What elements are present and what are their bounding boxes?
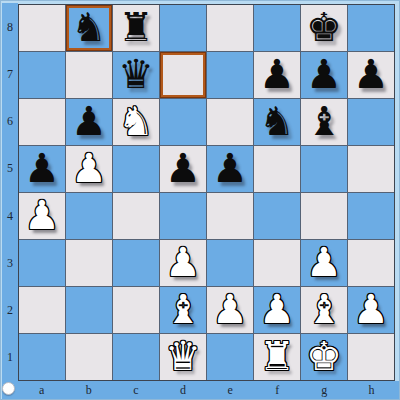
file-label-e: e	[207, 381, 254, 399]
square-a2[interactable]	[19, 287, 65, 333]
square-e3[interactable]	[207, 240, 253, 286]
square-g8[interactable]: ♚	[301, 5, 347, 51]
square-e2[interactable]: ♟	[207, 287, 253, 333]
square-d1[interactable]: ♛	[160, 334, 206, 380]
square-h3[interactable]	[348, 240, 394, 286]
square-b2[interactable]	[66, 287, 112, 333]
square-g3[interactable]: ♟	[301, 240, 347, 286]
square-e1[interactable]	[207, 334, 253, 380]
square-e7[interactable]	[207, 52, 253, 98]
square-g6[interactable]: ♝	[301, 99, 347, 145]
file-label-g: g	[301, 381, 348, 399]
square-f7[interactable]: ♟	[254, 52, 300, 98]
rank-label-2: 2	[2, 287, 18, 334]
piece-black-pawn[interactable]: ♟	[353, 54, 389, 94]
square-h4[interactable]	[348, 193, 394, 239]
piece-white-pawn[interactable]: ♟	[353, 289, 389, 329]
piece-black-pawn[interactable]: ♟	[165, 148, 201, 188]
square-d2[interactable]: ♝	[160, 287, 206, 333]
piece-white-king[interactable]: ♚	[306, 336, 342, 376]
square-a1[interactable]	[19, 334, 65, 380]
square-d8[interactable]	[160, 5, 206, 51]
square-d5[interactable]: ♟	[160, 146, 206, 192]
square-c1[interactable]	[113, 334, 159, 380]
square-b7[interactable]	[66, 52, 112, 98]
square-f3[interactable]	[254, 240, 300, 286]
square-f6[interactable]: ♞	[254, 99, 300, 145]
rank-labels: 87654321	[2, 4, 18, 381]
square-a7[interactable]	[19, 52, 65, 98]
piece-black-pawn[interactable]: ♟	[306, 54, 342, 94]
piece-white-pawn[interactable]: ♟	[24, 195, 60, 235]
piece-black-knight[interactable]: ♞	[259, 101, 295, 141]
piece-black-bishop[interactable]: ♝	[306, 101, 342, 141]
rank-label-6: 6	[2, 98, 18, 145]
rank-label-5: 5	[2, 145, 18, 192]
file-label-a: a	[18, 381, 65, 399]
piece-white-rook[interactable]: ♜	[259, 336, 295, 376]
piece-black-queen[interactable]: ♛	[118, 54, 154, 94]
rank-label-1: 1	[2, 334, 18, 381]
rank-label-7: 7	[2, 51, 18, 98]
square-g7[interactable]: ♟	[301, 52, 347, 98]
square-h7[interactable]: ♟	[348, 52, 394, 98]
square-d3[interactable]: ♟	[160, 240, 206, 286]
rank-label-3: 3	[2, 240, 18, 287]
square-c3[interactable]	[113, 240, 159, 286]
piece-black-pawn[interactable]: ♟	[212, 148, 248, 188]
square-e5[interactable]: ♟	[207, 146, 253, 192]
piece-black-king[interactable]: ♚	[306, 7, 342, 47]
square-h5[interactable]	[348, 146, 394, 192]
square-h1[interactable]	[348, 334, 394, 380]
square-f2[interactable]: ♟	[254, 287, 300, 333]
square-a4[interactable]: ♟	[19, 193, 65, 239]
square-f4[interactable]	[254, 193, 300, 239]
file-labels: abcdefgh	[18, 381, 395, 399]
file-label-c: c	[112, 381, 159, 399]
file-label-d: d	[159, 381, 206, 399]
piece-white-pawn[interactable]: ♟	[306, 242, 342, 282]
square-f8[interactable]	[254, 5, 300, 51]
square-c6[interactable]: ♞	[113, 99, 159, 145]
file-label-h: h	[348, 381, 395, 399]
square-b8[interactable]: ♞	[66, 5, 112, 51]
piece-black-pawn[interactable]: ♟	[71, 101, 107, 141]
square-e6[interactable]	[207, 99, 253, 145]
square-c4[interactable]	[113, 193, 159, 239]
square-a5[interactable]: ♟	[19, 146, 65, 192]
square-g5[interactable]	[301, 146, 347, 192]
square-d7[interactable]	[160, 52, 206, 98]
square-a6[interactable]	[19, 99, 65, 145]
piece-white-knight[interactable]: ♞	[118, 101, 154, 141]
file-label-b: b	[65, 381, 112, 399]
square-c7[interactable]: ♛	[113, 52, 159, 98]
chess-board: ♞♜♚♛♟♟♟♟♞♞♝♟♟♟♟♟♟♟♝♟♟♝♟♛♜♚	[18, 4, 395, 381]
square-g2[interactable]: ♝	[301, 287, 347, 333]
square-c5[interactable]	[113, 146, 159, 192]
white-to-move-indicator	[2, 382, 15, 395]
piece-black-knight[interactable]: ♞	[71, 7, 107, 47]
piece-white-queen[interactable]: ♛	[165, 336, 201, 376]
square-g1[interactable]: ♚	[301, 334, 347, 380]
square-d6[interactable]	[160, 99, 206, 145]
square-e4[interactable]	[207, 193, 253, 239]
chess-board-widget: ♞♜♚♛♟♟♟♟♞♞♝♟♟♟♟♟♟♟♝♟♟♝♟♛♜♚ 87654321 abcd…	[0, 0, 400, 400]
square-b3[interactable]	[66, 240, 112, 286]
piece-white-pawn[interactable]: ♟	[259, 289, 295, 329]
piece-black-pawn[interactable]: ♟	[259, 54, 295, 94]
square-c2[interactable]	[113, 287, 159, 333]
square-e8[interactable]	[207, 5, 253, 51]
square-h2[interactable]: ♟	[348, 287, 394, 333]
rank-label-4: 4	[2, 193, 18, 240]
piece-black-rook[interactable]: ♜	[118, 7, 154, 47]
square-a8[interactable]	[19, 5, 65, 51]
square-d4[interactable]	[160, 193, 206, 239]
square-c8[interactable]: ♜	[113, 5, 159, 51]
square-f5[interactable]	[254, 146, 300, 192]
square-b5[interactable]: ♟	[66, 146, 112, 192]
piece-white-pawn[interactable]: ♟	[212, 289, 248, 329]
square-a3[interactable]	[19, 240, 65, 286]
square-h6[interactable]	[348, 99, 394, 145]
piece-white-bishop[interactable]: ♝	[306, 289, 342, 329]
piece-white-pawn[interactable]: ♟	[71, 148, 107, 188]
piece-white-bishop[interactable]: ♝	[165, 289, 201, 329]
square-f1[interactable]: ♜	[254, 334, 300, 380]
square-b6[interactable]: ♟	[66, 99, 112, 145]
rank-label-8: 8	[2, 4, 18, 51]
square-b1[interactable]	[66, 334, 112, 380]
square-h8[interactable]	[348, 5, 394, 51]
piece-white-pawn[interactable]: ♟	[165, 242, 201, 282]
file-label-f: f	[254, 381, 301, 399]
piece-black-pawn[interactable]: ♟	[24, 148, 60, 188]
square-b4[interactable]	[66, 193, 112, 239]
square-g4[interactable]	[301, 193, 347, 239]
